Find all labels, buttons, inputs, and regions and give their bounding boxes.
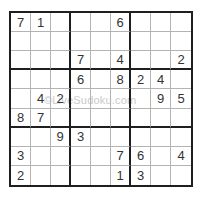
cell-r8c3[interactable] <box>51 147 71 166</box>
cell-r2c7[interactable] <box>131 32 151 51</box>
cell-r9c9[interactable] <box>171 166 191 185</box>
cell-r5c2[interactable]: 4 <box>31 89 51 108</box>
cell-r7c7[interactable] <box>131 128 151 147</box>
cell-r6c7[interactable] <box>131 109 151 128</box>
cell-r3c8[interactable] <box>151 51 171 70</box>
cell-r6c3[interactable] <box>51 109 71 128</box>
cell-r7c1[interactable] <box>11 128 31 147</box>
cell-r3c7[interactable] <box>131 51 151 70</box>
cell-r8c4[interactable] <box>71 147 91 166</box>
cell-r4c6[interactable]: 8 <box>111 70 131 89</box>
cell-r3c2[interactable] <box>31 51 51 70</box>
cell-r4c4[interactable]: 6 <box>71 70 91 89</box>
cell-r2c8[interactable] <box>151 32 171 51</box>
cell-r7c9[interactable] <box>171 128 191 147</box>
cell-r8c2[interactable] <box>31 147 51 166</box>
cell-r7c5[interactable] <box>91 128 111 147</box>
cell-r2c3[interactable] <box>51 32 71 51</box>
cell-r6c5[interactable] <box>91 109 111 128</box>
cell-r1c7[interactable] <box>131 13 151 32</box>
cell-r9c3[interactable] <box>51 166 71 185</box>
cell-r4c9[interactable] <box>171 70 191 89</box>
cell-r3c3[interactable] <box>51 51 71 70</box>
cell-r3c5[interactable] <box>91 51 111 70</box>
cell-r2c4[interactable] <box>71 32 91 51</box>
cell-r6c8[interactable] <box>151 109 171 128</box>
cell-r5c4[interactable] <box>71 89 91 108</box>
cell-r5c5[interactable] <box>91 89 111 108</box>
cell-r9c5[interactable] <box>91 166 111 185</box>
cell-r7c2[interactable] <box>31 128 51 147</box>
cell-r1c6[interactable]: 6 <box>111 13 131 32</box>
cell-r4c3[interactable] <box>51 70 71 89</box>
cell-r3c1[interactable] <box>11 51 31 70</box>
sudoku-screenshot: ©LiveSudoku.com 716742682442958793376421… <box>0 0 200 200</box>
cell-r7c8[interactable] <box>151 128 171 147</box>
cell-r5c3[interactable]: 2 <box>51 89 71 108</box>
cell-r2c6[interactable] <box>111 32 131 51</box>
cell-r3c9[interactable]: 2 <box>171 51 191 70</box>
cell-r6c1[interactable]: 8 <box>11 109 31 128</box>
cell-r8c1[interactable]: 3 <box>11 147 31 166</box>
cell-r7c4[interactable]: 3 <box>71 128 91 147</box>
cell-r9c7[interactable]: 3 <box>131 166 151 185</box>
cell-r2c9[interactable] <box>171 32 191 51</box>
cell-r7c3[interactable]: 9 <box>51 128 71 147</box>
cell-r4c7[interactable]: 2 <box>131 70 151 89</box>
cell-r5c9[interactable]: 5 <box>171 89 191 108</box>
cell-r6c6[interactable] <box>111 109 131 128</box>
cell-r6c2[interactable]: 7 <box>31 109 51 128</box>
cell-r1c8[interactable] <box>151 13 171 32</box>
cell-r1c1[interactable]: 7 <box>11 13 31 32</box>
cell-r3c4[interactable]: 7 <box>71 51 91 70</box>
cell-r1c3[interactable] <box>51 13 71 32</box>
cell-r9c1[interactable]: 2 <box>11 166 31 185</box>
cell-r8c5[interactable] <box>91 147 111 166</box>
cell-r8c9[interactable]: 4 <box>171 147 191 166</box>
cell-r4c2[interactable] <box>31 70 51 89</box>
cell-r8c6[interactable]: 7 <box>111 147 131 166</box>
cell-r4c1[interactable] <box>11 70 31 89</box>
cell-r1c5[interactable] <box>91 13 111 32</box>
cell-r4c8[interactable]: 4 <box>151 70 171 89</box>
cell-r5c6[interactable] <box>111 89 131 108</box>
cell-r2c2[interactable] <box>31 32 51 51</box>
cell-r6c4[interactable] <box>71 109 91 128</box>
cell-r4c5[interactable] <box>91 70 111 89</box>
cell-r8c7[interactable]: 6 <box>131 147 151 166</box>
cell-r9c6[interactable]: 1 <box>111 166 131 185</box>
cell-r1c2[interactable]: 1 <box>31 13 51 32</box>
cell-r2c5[interactable] <box>91 32 111 51</box>
cell-r1c4[interactable] <box>71 13 91 32</box>
cell-r5c7[interactable] <box>131 89 151 108</box>
cell-r1c9[interactable] <box>171 13 191 32</box>
cell-r5c8[interactable]: 9 <box>151 89 171 108</box>
cell-r3c6[interactable]: 4 <box>111 51 131 70</box>
cell-r8c8[interactable] <box>151 147 171 166</box>
cell-r9c8[interactable] <box>151 166 171 185</box>
cell-r9c4[interactable] <box>71 166 91 185</box>
cell-r7c6[interactable] <box>111 128 131 147</box>
cell-r9c2[interactable] <box>31 166 51 185</box>
cell-r6c9[interactable] <box>171 109 191 128</box>
cell-r5c1[interactable] <box>11 89 31 108</box>
sudoku-board: 7167426824429587933764213 <box>9 11 193 187</box>
cell-r2c1[interactable] <box>11 32 31 51</box>
